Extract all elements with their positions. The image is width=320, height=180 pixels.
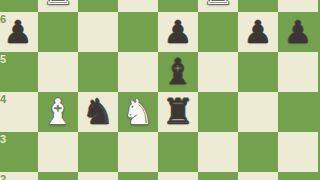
chess-board[interactable]: 7♜♜6♟♟♟♟5♝4♝♞♞♜32: [0, 0, 318, 180]
square-d2[interactable]: [118, 172, 158, 180]
square-f4[interactable]: [198, 92, 238, 132]
piece-black-pawn-a6[interactable]: ♟: [0, 12, 38, 52]
piece-black-rook-e4[interactable]: ♜: [158, 92, 198, 132]
square-a7[interactable]: 7: [0, 0, 38, 12]
square-h7[interactable]: [278, 0, 318, 12]
square-g7[interactable]: [238, 0, 278, 12]
square-g4[interactable]: [238, 92, 278, 132]
square-f3[interactable]: [198, 132, 238, 172]
square-e6[interactable]: ♟: [158, 12, 198, 52]
square-d5[interactable]: [118, 52, 158, 92]
piece-black-pawn-e6[interactable]: ♟: [158, 12, 198, 52]
square-d6[interactable]: [118, 12, 158, 52]
piece-white-bishop-b4[interactable]: ♝: [38, 92, 78, 132]
square-b7[interactable]: ♜: [38, 0, 78, 12]
square-f5[interactable]: [198, 52, 238, 92]
rank-label-5: 5: [0, 53, 6, 65]
square-b6[interactable]: [38, 12, 78, 52]
square-a6[interactable]: 6♟: [0, 12, 38, 52]
square-a2[interactable]: 2: [0, 172, 38, 180]
square-a3[interactable]: 3: [0, 132, 38, 172]
square-g2[interactable]: [238, 172, 278, 180]
piece-white-rook-f7[interactable]: ♜: [198, 0, 238, 12]
square-c2[interactable]: [78, 172, 118, 180]
square-b4[interactable]: ♝: [38, 92, 78, 132]
square-h3[interactable]: [278, 132, 318, 172]
square-c7[interactable]: [78, 0, 118, 12]
piece-white-knight-d4[interactable]: ♞: [118, 92, 158, 132]
square-h6[interactable]: ♟: [278, 12, 318, 52]
square-e2[interactable]: [158, 172, 198, 180]
square-e4[interactable]: ♜: [158, 92, 198, 132]
chess-board-screenshot: 7♜♜6♟♟♟♟5♝4♝♞♞♜32: [0, 0, 320, 180]
square-b3[interactable]: [38, 132, 78, 172]
square-g5[interactable]: [238, 52, 278, 92]
square-f2[interactable]: [198, 172, 238, 180]
square-f7[interactable]: ♜: [198, 0, 238, 12]
square-a4[interactable]: 4: [0, 92, 38, 132]
square-b2[interactable]: [38, 172, 78, 180]
square-c5[interactable]: [78, 52, 118, 92]
square-c3[interactable]: [78, 132, 118, 172]
rank-label-2: 2: [0, 173, 6, 180]
piece-white-rook-b7[interactable]: ♜: [38, 0, 78, 12]
square-e5[interactable]: ♝: [158, 52, 198, 92]
square-g6[interactable]: ♟: [238, 12, 278, 52]
piece-black-bishop-e5[interactable]: ♝: [158, 52, 198, 92]
square-h5[interactable]: [278, 52, 318, 92]
piece-black-knight-c4[interactable]: ♞: [78, 92, 118, 132]
piece-black-pawn-g6[interactable]: ♟: [238, 12, 278, 52]
square-b5[interactable]: [38, 52, 78, 92]
rank-label-4: 4: [0, 93, 6, 105]
piece-black-pawn-h6[interactable]: ♟: [278, 12, 318, 52]
square-h2[interactable]: [278, 172, 318, 180]
square-c4[interactable]: ♞: [78, 92, 118, 132]
square-d3[interactable]: [118, 132, 158, 172]
square-d4[interactable]: ♞: [118, 92, 158, 132]
square-f6[interactable]: [198, 12, 238, 52]
square-c6[interactable]: [78, 12, 118, 52]
square-a5[interactable]: 5: [0, 52, 38, 92]
square-d7[interactable]: [118, 0, 158, 12]
rank-label-3: 3: [0, 133, 6, 145]
square-e3[interactable]: [158, 132, 198, 172]
square-h4[interactable]: [278, 92, 318, 132]
square-g3[interactable]: [238, 132, 278, 172]
square-e7[interactable]: [158, 0, 198, 12]
